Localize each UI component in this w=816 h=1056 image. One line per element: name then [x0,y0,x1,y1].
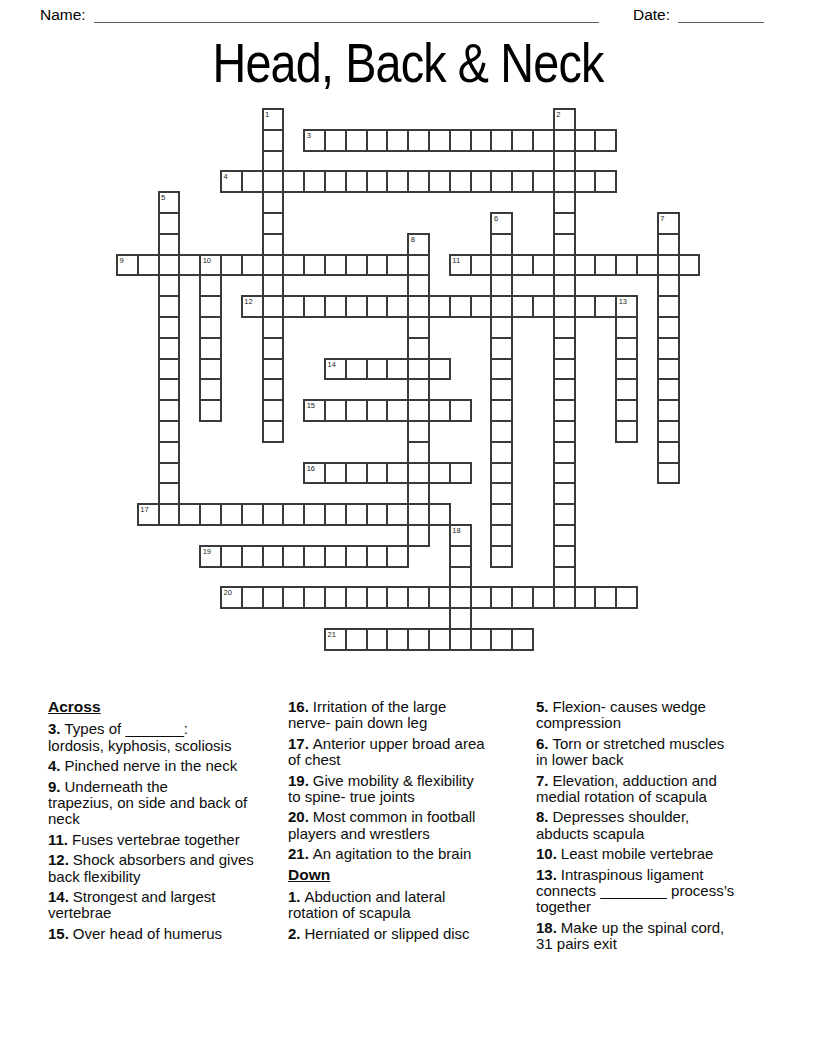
grid-cell-r3-c13[interactable] [386,170,409,193]
clue-number: 13. [536,866,557,883]
grid-cell-r19-c11[interactable] [345,503,368,526]
grid-cell-r18-c18[interactable] [490,482,513,505]
clue-3-across: 3.Types of _______: lordosis, kyphosis, … [48,721,282,754]
grid-cell-r19-c21[interactable] [553,503,576,526]
grid-cell-r12-c24[interactable] [615,358,638,381]
grid-cell-r1-c10[interactable] [324,129,347,152]
grid-cell-r17-c21[interactable] [553,462,576,485]
grid-cell-r23-c13[interactable] [386,586,409,609]
grid-cell-r21-c11[interactable] [345,545,368,568]
grid-cell-r1-c11[interactable] [345,129,368,152]
grid-cell-r15-c24[interactable] [615,420,638,443]
grid-cell-r1-c14[interactable] [407,129,430,152]
grid-cell-r6-c18[interactable] [490,233,513,256]
grid-cell-r15-c2[interactable] [158,420,181,443]
grid-cell-r9-c22[interactable] [574,295,597,318]
grid-cell-r16-c14[interactable] [407,441,430,464]
grid-cell-r25-c17[interactable] [470,628,493,651]
grid-cell-r9-c2[interactable] [158,295,181,318]
grid-cell-r7-c22[interactable] [574,254,597,277]
grid-cell-r3-c17[interactable] [470,170,493,193]
grid-cell-r10-c4[interactable] [199,316,222,339]
clue-number: 20. [288,808,309,825]
grid-cell-r17-c12[interactable] [366,462,389,485]
grid-cell-r25-c16[interactable] [449,628,472,651]
grid-cell-r10-c26[interactable] [657,316,680,339]
grid-cell-r23-c8[interactable] [282,586,305,609]
clue-number: 19. [288,772,309,789]
grid-cell-r7-c10[interactable] [324,254,347,277]
grid-cell-r11-c24[interactable] [615,337,638,360]
grid-cell-r17-c26[interactable] [657,462,680,485]
clue-text: Over head of humerus [73,925,222,942]
cell-number-15: 15 [307,401,315,410]
grid-cell-r14-c26[interactable] [657,399,680,422]
grid-cell-r3-c5[interactable]: 4 [220,170,243,193]
grid-cell-r14-c2[interactable] [158,399,181,422]
grid-cell-r1-c16[interactable] [449,129,472,152]
grid-cell-r10-c7[interactable] [262,316,285,339]
cell-number-12: 12 [244,297,252,306]
grid-cell-r19-c13[interactable] [386,503,409,526]
grid-cell-r23-c10[interactable] [324,586,347,609]
grid-cell-r19-c15[interactable] [428,503,451,526]
clue-16-across: 16.Irritation of the large nerve- pain d… [288,699,528,732]
grid-cell-r7-c1[interactable] [137,254,160,277]
grid-cell-r5-c7[interactable] [262,212,285,235]
grid-cell-r9-c16[interactable] [449,295,472,318]
grid-cell-r19-c4[interactable] [199,503,222,526]
cell-number-9: 9 [120,256,124,265]
grid-cell-r23-c15[interactable] [428,586,451,609]
clue-text: Flexion- causes wedge compression [536,698,706,731]
grid-cell-r0-c7[interactable]: 1 [262,108,285,131]
grid-cell-r17-c13[interactable] [386,462,409,485]
clue-18-down: 18.Make up the spinal cord, 31 pairs exi… [536,920,776,953]
grid-cell-r20-c14[interactable] [407,524,430,547]
grid-cell-r11-c2[interactable] [158,337,181,360]
grid-cell-r7-c14[interactable] [407,254,430,277]
grid-cell-r12-c14[interactable] [407,358,430,381]
grid-cell-r13-c26[interactable] [657,378,680,401]
cell-number-13: 13 [619,297,627,306]
grid-cell-r12-c10[interactable]: 14 [324,358,347,381]
grid-cell-r7-c8[interactable] [282,254,305,277]
grid-cell-r7-c2[interactable] [158,254,181,277]
grid-cell-r3-c7[interactable] [262,170,285,193]
grid-cell-r3-c6[interactable] [241,170,264,193]
grid-cell-r2-c21[interactable] [553,150,576,173]
grid-cell-r15-c21[interactable] [553,420,576,443]
grid-cell-r21-c18[interactable] [490,545,513,568]
grid-cell-r1-c21[interactable] [553,129,576,152]
grid-cell-r12-c11[interactable] [345,358,368,381]
clue-number: 6. [536,735,549,752]
grid-cell-r5-c18[interactable]: 6 [490,212,513,235]
grid-cell-r7-c25[interactable] [636,254,659,277]
grid-cell-r9-c13[interactable] [386,295,409,318]
grid-cell-r23-c12[interactable] [366,586,389,609]
grid-cell-r9-c24[interactable]: 13 [615,295,638,318]
clue-5-down: 5.Flexion- causes wedge compression [536,699,776,732]
grid-cell-r9-c20[interactable] [532,295,555,318]
grid-cell-r9-c11[interactable] [345,295,368,318]
clue-text: Make up the spinal cord, 31 pairs exit [536,919,724,952]
grid-cell-r17-c15[interactable] [428,462,451,485]
grid-cell-r7-c7[interactable] [262,254,285,277]
grid-cell-r10-c21[interactable] [553,316,576,339]
grid-cell-r25-c13[interactable] [386,628,409,651]
grid-cell-r14-c16[interactable] [449,399,472,422]
grid-cell-r15-c7[interactable] [262,420,285,443]
grid-cell-r7-c23[interactable] [594,254,617,277]
grid-cell-r1-c18[interactable] [490,129,513,152]
grid-cell-r7-c12[interactable] [366,254,389,277]
cell-number-2: 2 [556,110,560,119]
grid-cell-r7-c27[interactable] [678,254,701,277]
grid-cell-r17-c2[interactable] [158,462,181,485]
grid-cell-r10-c18[interactable] [490,316,513,339]
grid-cell-r5-c21[interactable] [553,212,576,235]
grid-cell-r12-c12[interactable] [366,358,389,381]
grid-cell-r1-c9[interactable]: 3 [303,129,326,152]
grid-cell-r19-c6[interactable] [241,503,264,526]
grid-cell-r15-c18[interactable] [490,420,513,443]
grid-cell-r1-c22[interactable] [574,129,597,152]
grid-cell-r23-c24[interactable] [615,586,638,609]
grid-cell-r7-c3[interactable] [178,254,201,277]
grid-cell-r16-c21[interactable] [553,441,576,464]
grid-cell-r3-c20[interactable] [532,170,555,193]
grid-cell-r14-c4[interactable] [199,399,222,422]
grid-cell-r7-c17[interactable] [470,254,493,277]
grid-cell-r9-c10[interactable] [324,295,347,318]
grid-cell-r9-c12[interactable] [366,295,389,318]
grid-cell-r13-c24[interactable] [615,378,638,401]
grid-cell-r15-c26[interactable] [657,420,680,443]
grid-cell-r11-c4[interactable] [199,337,222,360]
grid-cell-r19-c3[interactable] [178,503,201,526]
grid-cell-r15-c14[interactable] [407,420,430,443]
clue-number: 16. [288,698,309,715]
grid-cell-r8-c18[interactable] [490,274,513,297]
grid-cell-r6-c14[interactable]: 8 [407,233,430,256]
grid-cell-r17-c9[interactable]: 16 [303,462,326,485]
grid-cell-r14-c12[interactable] [366,399,389,422]
clue-text: An agitation to the brain [313,845,471,862]
grid-cell-r5-c26[interactable]: 7 [657,212,680,235]
grid-cell-r1-c13[interactable] [386,129,409,152]
grid-cell-r7-c13[interactable] [386,254,409,277]
grid-cell-r17-c10[interactable] [324,462,347,485]
clue-number: 3. [48,720,61,737]
grid-cell-r13-c7[interactable] [262,378,285,401]
grid-cell-r23-c23[interactable] [594,586,617,609]
grid-cell-r8-c26[interactable] [657,274,680,297]
grid-cell-r9-c9[interactable] [303,295,326,318]
grid-cell-r9-c8[interactable] [282,295,305,318]
clue-17-across: 17.Anterior upper broad area of chest [288,736,528,769]
grid-cell-r13-c4[interactable] [199,378,222,401]
clue-text: Underneath the trapezius, on side and ba… [48,778,247,828]
grid-cell-r22-c16[interactable] [449,566,472,589]
grid-cell-r19-c8[interactable] [282,503,305,526]
grid-cell-r6-c21[interactable] [553,233,576,256]
grid-cell-r21-c16[interactable] [449,545,472,568]
clue-12-across: 12.Shock absorbers and gives back flexib… [48,852,282,885]
grid-cell-r1-c19[interactable] [511,129,534,152]
clue-text: Shock absorbers and gives back flexibili… [48,851,254,884]
grid-cell-r19-c2[interactable] [158,503,181,526]
grid-cell-r1-c7[interactable] [262,129,285,152]
grid-cell-r16-c26[interactable] [657,441,680,464]
grid-cell-r3-c14[interactable] [407,170,430,193]
grid-cell-r17-c16[interactable] [449,462,472,485]
grid-cell-r3-c10[interactable] [324,170,347,193]
clue-11-across: 11.Fuses vertebrae together [48,832,282,848]
grid-cell-r21-c6[interactable] [241,545,264,568]
grid-cell-r9-c6[interactable]: 12 [241,295,264,318]
grid-cell-r23-c14[interactable] [407,586,430,609]
grid-cell-r7-c5[interactable] [220,254,243,277]
grid-cell-r13-c14[interactable] [407,378,430,401]
grid-cell-r9-c23[interactable] [594,295,617,318]
grid-cell-r22-c21[interactable] [553,566,576,589]
grid-cell-r9-c4[interactable] [199,295,222,318]
grid-cell-r14-c7[interactable] [262,399,285,422]
grid-cell-r11-c26[interactable] [657,337,680,360]
grid-cell-r7-c9[interactable] [303,254,326,277]
cell-number-5: 5 [161,193,165,202]
clue-2-down: 2.Herniated or slipped disc [288,926,528,942]
grid-cell-r10-c24[interactable] [615,316,638,339]
grid-cell-r21-c8[interactable] [282,545,305,568]
cell-number-14: 14 [328,360,336,369]
grid-cell-r3-c22[interactable] [574,170,597,193]
grid-cell-r14-c9[interactable]: 15 [303,399,326,422]
grid-cell-r1-c17[interactable] [470,129,493,152]
clue-text: Irritation of the large nerve- pain down… [288,698,446,731]
grid-cell-r9-c15[interactable] [428,295,451,318]
grid-cell-r8-c4[interactable] [199,274,222,297]
grid-cell-r23-c21[interactable] [553,586,576,609]
grid-cell-r23-c19[interactable] [511,586,534,609]
cell-number-6: 6 [494,214,498,223]
grid-cell-r3-c8[interactable] [282,170,305,193]
grid-cell-r9-c17[interactable] [470,295,493,318]
clue-text: Fuses vertebrae together [72,831,240,848]
cell-number-10: 10 [203,256,211,265]
grid-cell-r18-c2[interactable] [158,482,181,505]
grid-cell-r9-c14[interactable] [407,295,430,318]
grid-cell-r4-c21[interactable] [553,191,576,214]
grid-cell-r12-c26[interactable] [657,358,680,381]
grid-cell-r13-c18[interactable] [490,378,513,401]
grid-cell-r21-c21[interactable] [553,545,576,568]
grid-cell-r7-c26[interactable] [657,254,680,277]
grid-cell-r7-c21[interactable] [553,254,576,277]
grid-cell-r3-c19[interactable] [511,170,534,193]
grid-cell-r25-c18[interactable] [490,628,513,651]
grid-cell-r25-c14[interactable] [407,628,430,651]
grid-cell-r12-c15[interactable] [428,358,451,381]
grid-cell-r12-c13[interactable] [386,358,409,381]
grid-cell-r7-c20[interactable] [532,254,555,277]
grid-cell-r14-c14[interactable] [407,399,430,422]
cell-number-11: 11 [452,256,460,265]
grid-cell-r20-c16[interactable]: 18 [449,524,472,547]
grid-cell-r21-c13[interactable] [386,545,409,568]
clue-text: Least mobile vertebrae [561,845,714,862]
grid-cell-r16-c18[interactable] [490,441,513,464]
grid-cell-r8-c21[interactable] [553,274,576,297]
grid-cell-r3-c11[interactable] [345,170,368,193]
grid-cell-r23-c16[interactable] [449,586,472,609]
grid-cell-r3-c23[interactable] [594,170,617,193]
grid-cell-r7-c0[interactable]: 9 [116,254,139,277]
grid-cell-r7-c6[interactable] [241,254,264,277]
grid-cell-r24-c16[interactable] [449,607,472,630]
grid-cell-r12-c4[interactable] [199,358,222,381]
grid-cell-r1-c20[interactable] [532,129,555,152]
grid-cell-r3-c16[interactable] [449,170,472,193]
grid-cell-r13-c2[interactable] [158,378,181,401]
grid-cell-r6-c2[interactable] [158,233,181,256]
grid-cell-r3-c12[interactable] [366,170,389,193]
grid-cell-r25-c15[interactable] [428,628,451,651]
grid-cell-r7-c19[interactable] [511,254,534,277]
grid-cell-r11-c7[interactable] [262,337,285,360]
grid-cell-r8-c2[interactable] [158,274,181,297]
grid-cell-r1-c23[interactable] [594,129,617,152]
clues-column-2: 16.Irritation of the large nerve- pain d… [288,699,528,946]
cell-number-19: 19 [203,547,211,556]
grid-cell-r18-c14[interactable] [407,482,430,505]
grid-cell-r19-c18[interactable] [490,503,513,526]
grid-cell-r14-c10[interactable] [324,399,347,422]
grid-cell-r23-c20[interactable] [532,586,555,609]
grid-cell-r25-c12[interactable] [366,628,389,651]
grid-cell-r19-c9[interactable] [303,503,326,526]
cell-number-4: 4 [224,172,228,181]
grid-cell-r10-c2[interactable] [158,316,181,339]
grid-cell-r23-c18[interactable] [490,586,513,609]
grid-cell-r7-c24[interactable] [615,254,638,277]
grid-cell-r5-c2[interactable] [158,212,181,235]
grid-cell-r20-c18[interactable] [490,524,513,547]
grid-cell-r6-c7[interactable] [262,233,285,256]
grid-cell-r23-c9[interactable] [303,586,326,609]
grid-cell-r17-c18[interactable] [490,462,513,485]
grid-cell-r23-c5[interactable]: 20 [220,586,243,609]
grid-cell-r14-c15[interactable] [428,399,451,422]
grid-cell-r17-c11[interactable] [345,462,368,485]
grid-cell-r11-c14[interactable] [407,337,430,360]
grid-cell-r19-c12[interactable] [366,503,389,526]
grid-cell-r14-c11[interactable] [345,399,368,422]
clue-number: 18. [536,919,557,936]
grid-cell-r14-c18[interactable] [490,399,513,422]
grid-cell-r19-c14[interactable] [407,503,430,526]
grid-cell-r7-c18[interactable] [490,254,513,277]
clues-column-3: 5.Flexion- causes wedge compression6.Tor… [536,699,776,957]
grid-cell-r2-c7[interactable] [262,150,285,173]
grid-cell-r10-c14[interactable] [407,316,430,339]
grid-cell-r23-c7[interactable] [262,586,285,609]
grid-cell-r6-c26[interactable] [657,233,680,256]
grid-cell-r3-c15[interactable] [428,170,451,193]
grid-cell-r12-c18[interactable] [490,358,513,381]
grid-cell-r25-c10[interactable]: 21 [324,628,347,651]
grid-cell-r19-c5[interactable] [220,503,243,526]
grid-cell-r14-c24[interactable] [615,399,638,422]
grid-cell-r11-c21[interactable] [553,337,576,360]
grid-cell-r19-c7[interactable] [262,503,285,526]
grid-cell-r7-c16[interactable]: 11 [449,254,472,277]
grid-cell-r14-c21[interactable] [553,399,576,422]
grid-cell-r9-c18[interactable] [490,295,513,318]
grid-cell-r13-c21[interactable] [553,378,576,401]
grid-cell-r7-c4[interactable]: 10 [199,254,222,277]
clue-number: 15. [48,925,69,942]
grid-cell-r16-c2[interactable] [158,441,181,464]
grid-cell-r9-c26[interactable] [657,295,680,318]
grid-cell-r19-c1[interactable]: 17 [137,503,160,526]
grid-cell-r18-c21[interactable] [553,482,576,505]
grid-cell-r4-c2[interactable]: 5 [158,191,181,214]
cell-number-18: 18 [452,526,460,535]
clue-number: 11. [48,831,68,848]
grid-cell-r14-c13[interactable] [386,399,409,422]
grid-cell-r21-c4[interactable]: 19 [199,545,222,568]
grid-cell-r21-c10[interactable] [324,545,347,568]
grid-cell-r9-c7[interactable] [262,295,285,318]
grid-cell-r21-c9[interactable] [303,545,326,568]
grid-cell-r20-c21[interactable] [553,524,576,547]
grid-cell-r12-c7[interactable] [262,358,285,381]
grid-cell-r1-c12[interactable] [366,129,389,152]
grid-cell-r8-c14[interactable] [407,274,430,297]
grid-cell-r7-c11[interactable] [345,254,368,277]
grid-cell-r9-c21[interactable] [553,295,576,318]
grid-cell-r17-c14[interactable] [407,462,430,485]
grid-cell-r9-c19[interactable] [511,295,534,318]
grid-cell-r12-c21[interactable] [553,358,576,381]
grid-cell-r25-c11[interactable] [345,628,368,651]
grid-cell-r8-c7[interactable] [262,274,285,297]
grid-cell-r21-c12[interactable] [366,545,389,568]
cell-number-1: 1 [265,110,269,119]
grid-cell-r3-c21[interactable] [553,170,576,193]
grid-cell-r4-c7[interactable] [262,191,285,214]
grid-cell-r12-c2[interactable] [158,358,181,381]
grid-cell-r11-c18[interactable] [490,337,513,360]
clues-column-1: Across3.Types of _______: lordosis, kyph… [48,699,282,946]
grid-cell-r21-c7[interactable] [262,545,285,568]
grid-cell-r21-c5[interactable] [220,545,243,568]
grid-cell-r25-c19[interactable] [511,628,534,651]
grid-cell-r19-c10[interactable] [324,503,347,526]
grid-cell-r3-c9[interactable] [303,170,326,193]
grid-cell-r0-c21[interactable]: 2 [553,108,576,131]
grid-cell-r1-c15[interactable] [428,129,451,152]
clue-number: 10. [536,845,557,862]
grid-cell-r23-c11[interactable] [345,586,368,609]
grid-cell-r23-c22[interactable] [574,586,597,609]
grid-cell-r23-c17[interactable] [470,586,493,609]
grid-cell-r3-c18[interactable] [490,170,513,193]
grid-cell-r23-c6[interactable] [241,586,264,609]
